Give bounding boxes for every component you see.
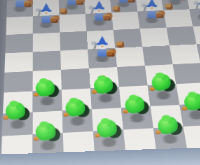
slime-foot [95,134,100,138]
slime-foot [3,116,8,120]
slime-lump [136,98,143,103]
square-r2c2[interactable] [33,15,60,34]
square-r3c3[interactable] [60,31,88,50]
slime-foot [92,90,97,94]
loot-pile [156,12,164,18]
square-r4c2[interactable] [33,51,61,71]
square-r3c2[interactable] [33,32,61,52]
square-r7c5[interactable] [121,106,153,129]
green-slime-piece[interactable] [91,69,120,98]
board-perspective-wrap [5,0,200,165]
square-r4c5[interactable] [115,47,145,67]
slime-lump [16,105,23,110]
square-r2c1[interactable] [6,16,33,35]
slime-lump [46,82,53,87]
loot-pile [165,4,172,9]
green-slime-piece[interactable] [149,66,178,95]
blue-gnome-piece[interactable] [86,0,112,22]
loot-pile [103,15,111,21]
blue-gnome-piece[interactable] [111,0,137,4]
square-r1c1[interactable] [7,0,33,17]
loot-pile [106,50,114,56]
green-slime-piece[interactable] [122,88,152,118]
loot-pile [116,41,124,47]
blue-gnome-piece[interactable] [162,0,188,1]
green-slime-piece[interactable] [33,72,62,101]
slime-lump [46,125,53,130]
loot-pile [76,0,84,5]
blue-gnome-piece[interactable] [88,30,116,58]
game-viewport [0,0,200,165]
square-r3c6[interactable] [140,28,170,47]
square-r5c1[interactable] [4,71,33,93]
square-r2c7[interactable] [164,9,193,27]
square-r2c5[interactable] [112,12,140,30]
loot-pile [50,17,58,23]
square-r3c7[interactable] [166,26,196,45]
green-slime-piece[interactable] [3,94,33,124]
square-r6c4[interactable] [90,87,121,109]
green-slime-piece[interactable] [63,91,93,121]
blue-gnome-piece[interactable] [139,0,165,19]
square-r4c3[interactable] [60,49,89,69]
slime-foot [156,130,161,134]
blue-gnome-piece[interactable] [33,0,60,24]
checkers-board [1,0,200,160]
square-r4c1[interactable] [5,52,33,73]
green-slime-piece[interactable] [94,111,125,142]
green-slime-piece[interactable] [155,108,185,138]
slime-lump [76,101,83,106]
slime-lump [169,119,176,124]
slime-lump [195,96,200,101]
blue-gnome-piece[interactable] [7,0,33,8]
slime-lump [104,79,111,84]
square-r6c2[interactable] [33,90,63,113]
green-slime-piece[interactable] [33,114,64,145]
square-r2c6[interactable] [138,10,167,28]
loot-pile [59,8,66,13]
square-r5c5[interactable] [117,66,148,87]
slime-lump [162,76,169,81]
square-r6c6[interactable] [148,84,180,106]
slime-foot [63,113,68,117]
gnome-hat-brim [199,3,200,5]
slime-foot [33,93,38,97]
blue-gnome-piece[interactable] [59,0,85,6]
slime-lump [108,122,115,127]
square-r8c7[interactable] [183,125,200,150]
square-r2c3[interactable] [59,14,86,33]
square-r5c3[interactable] [61,68,90,89]
square-r4c6[interactable] [142,45,172,65]
square-r3c1[interactable] [5,34,33,54]
square-r7c1[interactable] [2,112,33,136]
square-r7c3[interactable] [62,109,93,133]
square-r4c4[interactable] [88,48,117,68]
loot-pile [112,6,119,11]
blue-gnome-piece[interactable] [191,0,200,17]
loot-pile [24,1,32,7]
loot-pile [127,0,135,2]
slime-foot [33,137,38,141]
square-r2c4[interactable] [85,13,113,32]
square-r4c7[interactable] [169,44,200,64]
